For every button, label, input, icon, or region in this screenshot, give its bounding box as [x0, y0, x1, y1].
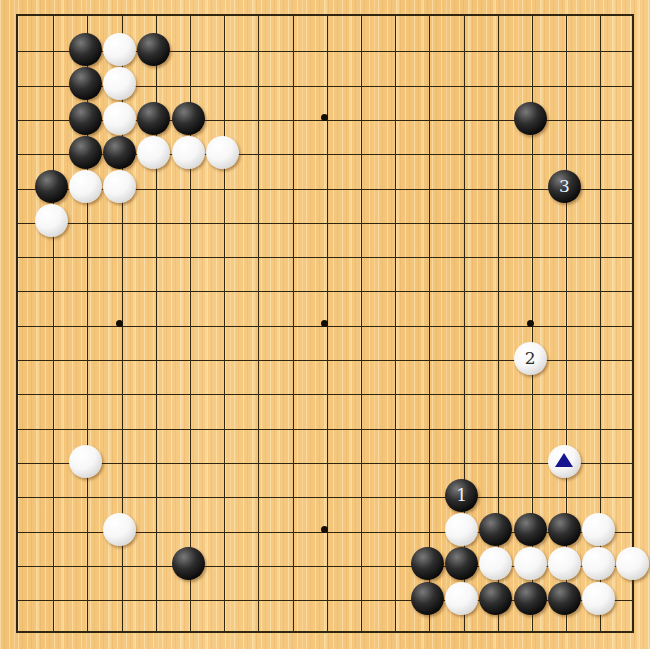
stone-black[interactable]: [479, 582, 512, 615]
stone-black[interactable]: [137, 102, 170, 135]
stone-black[interactable]: [411, 547, 444, 580]
stone-white[interactable]: [103, 102, 136, 135]
stone-black[interactable]: 1: [445, 479, 478, 512]
stones-layer: 321: [0, 0, 650, 649]
stone-black[interactable]: [69, 67, 102, 100]
stone-white[interactable]: [206, 136, 239, 169]
stone-white[interactable]: [548, 445, 581, 478]
stone-black[interactable]: [445, 547, 478, 580]
stone-black[interactable]: [514, 102, 547, 135]
stone-black[interactable]: [137, 33, 170, 66]
stone-black[interactable]: [172, 547, 205, 580]
stone-black[interactable]: [479, 513, 512, 546]
move-number-label: 1: [445, 479, 478, 512]
stone-black[interactable]: [172, 102, 205, 135]
stone-white[interactable]: [137, 136, 170, 169]
stone-white[interactable]: [514, 547, 547, 580]
stone-white[interactable]: [479, 547, 512, 580]
stone-black[interactable]: [35, 170, 68, 203]
stone-white[interactable]: [103, 67, 136, 100]
stone-black[interactable]: [103, 136, 136, 169]
stone-white[interactable]: [69, 170, 102, 203]
stone-black[interactable]: 3: [548, 170, 581, 203]
triangle-marker-icon: [555, 453, 573, 467]
stone-black[interactable]: [548, 582, 581, 615]
move-number-label: 3: [548, 170, 581, 203]
stone-white[interactable]: 2: [514, 342, 547, 375]
stone-black[interactable]: [69, 136, 102, 169]
stone-white[interactable]: [103, 513, 136, 546]
stone-black[interactable]: [69, 102, 102, 135]
stone-white[interactable]: [35, 204, 68, 237]
stone-white[interactable]: [445, 582, 478, 615]
stone-black[interactable]: [548, 513, 581, 546]
stone-white[interactable]: [69, 445, 102, 478]
move-number-label: 2: [514, 342, 547, 375]
stone-white[interactable]: [582, 513, 615, 546]
stone-white[interactable]: [548, 547, 581, 580]
stone-black[interactable]: [69, 33, 102, 66]
stone-white[interactable]: [582, 582, 615, 615]
stone-black[interactable]: [411, 582, 444, 615]
stone-black[interactable]: [514, 513, 547, 546]
stone-white[interactable]: [582, 547, 615, 580]
stone-white[interactable]: [103, 170, 136, 203]
stone-white[interactable]: [103, 33, 136, 66]
go-board[interactable]: 321: [0, 0, 650, 649]
stone-white[interactable]: [616, 547, 649, 580]
stone-white[interactable]: [445, 513, 478, 546]
stone-white[interactable]: [172, 136, 205, 169]
stone-black[interactable]: [514, 582, 547, 615]
